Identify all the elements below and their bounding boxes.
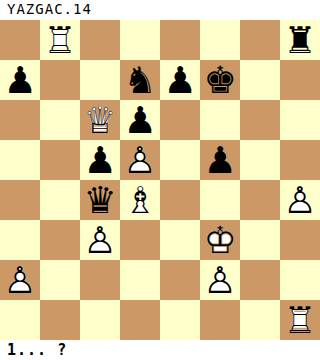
- white-queen-outline-icon: ♕: [80, 100, 120, 140]
- square-g6[interactable]: [240, 100, 280, 140]
- square-h6[interactable]: [280, 100, 320, 140]
- square-f6[interactable]: [200, 100, 240, 140]
- square-d4[interactable]: ♝♗: [120, 180, 160, 220]
- square-a7[interactable]: ♟: [0, 60, 40, 100]
- square-a1[interactable]: [0, 300, 40, 340]
- square-g3[interactable]: [240, 220, 280, 260]
- square-d2[interactable]: [120, 260, 160, 300]
- black-pawn-icon: ♟: [0, 60, 40, 100]
- square-f4[interactable]: [200, 180, 240, 220]
- square-b5[interactable]: [40, 140, 80, 180]
- square-e3[interactable]: [160, 220, 200, 260]
- square-d8[interactable]: [120, 20, 160, 60]
- square-c5[interactable]: ♟: [80, 140, 120, 180]
- square-c7[interactable]: [80, 60, 120, 100]
- square-e7[interactable]: ♟: [160, 60, 200, 100]
- square-d7[interactable]: ♞: [120, 60, 160, 100]
- square-d1[interactable]: [120, 300, 160, 340]
- black-rook-icon: ♜: [280, 20, 320, 60]
- square-a8[interactable]: [0, 20, 40, 60]
- white-pawn-outline-icon: ♙: [280, 180, 320, 220]
- square-g1[interactable]: [240, 300, 280, 340]
- square-b1[interactable]: [40, 300, 80, 340]
- white-rook-outline-icon: ♖: [40, 20, 80, 60]
- square-c6[interactable]: ♛♕: [80, 100, 120, 140]
- square-d5[interactable]: ♟♙: [120, 140, 160, 180]
- black-queen-icon: ♛: [80, 180, 120, 220]
- square-g4[interactable]: [240, 180, 280, 220]
- black-knight-icon: ♞: [120, 60, 160, 100]
- black-pawn-icon: ♟: [200, 140, 240, 180]
- square-f1[interactable]: [200, 300, 240, 340]
- black-pawn-icon: ♟: [80, 140, 120, 180]
- square-e1[interactable]: [160, 300, 200, 340]
- black-pawn-icon: ♟: [160, 60, 200, 100]
- square-b7[interactable]: [40, 60, 80, 100]
- square-g8[interactable]: [240, 20, 280, 60]
- square-h5[interactable]: [280, 140, 320, 180]
- square-e6[interactable]: [160, 100, 200, 140]
- square-e5[interactable]: [160, 140, 200, 180]
- white-pawn-outline-icon: ♙: [0, 260, 40, 300]
- white-pawn-outline-icon: ♙: [200, 260, 240, 300]
- square-f5[interactable]: ♟: [200, 140, 240, 180]
- square-g2[interactable]: [240, 260, 280, 300]
- move-prompt: 1... ?: [0, 340, 320, 360]
- square-d3[interactable]: [120, 220, 160, 260]
- square-d6[interactable]: ♟: [120, 100, 160, 140]
- square-c8[interactable]: [80, 20, 120, 60]
- square-a2[interactable]: ♟♙: [0, 260, 40, 300]
- square-a5[interactable]: [0, 140, 40, 180]
- square-c3[interactable]: ♟♙: [80, 220, 120, 260]
- black-king-icon: ♚: [200, 60, 240, 100]
- square-b2[interactable]: [40, 260, 80, 300]
- black-pawn-icon: ♟: [120, 100, 160, 140]
- square-a3[interactable]: [0, 220, 40, 260]
- square-h7[interactable]: [280, 60, 320, 100]
- square-g5[interactable]: [240, 140, 280, 180]
- square-b8[interactable]: ♜♖: [40, 20, 80, 60]
- square-a6[interactable]: [0, 100, 40, 140]
- square-b3[interactable]: [40, 220, 80, 260]
- white-rook-outline-icon: ♖: [280, 300, 320, 340]
- white-king-outline-icon: ♔: [200, 220, 240, 260]
- chess-board: ♜♖♜♟♞♟♚♛♕♟♟♟♙♟♛♝♗♟♙♟♙♚♔♟♙♟♙♜♖: [0, 20, 320, 340]
- square-f7[interactable]: ♚: [200, 60, 240, 100]
- square-b4[interactable]: [40, 180, 80, 220]
- white-pawn-outline-icon: ♙: [120, 140, 160, 180]
- square-f8[interactable]: [200, 20, 240, 60]
- square-e8[interactable]: [160, 20, 200, 60]
- square-h4[interactable]: ♟♙: [280, 180, 320, 220]
- square-b6[interactable]: [40, 100, 80, 140]
- square-c2[interactable]: [80, 260, 120, 300]
- white-bishop-outline-icon: ♗: [120, 180, 160, 220]
- square-h2[interactable]: [280, 260, 320, 300]
- square-h8[interactable]: ♜: [280, 20, 320, 60]
- square-e2[interactable]: [160, 260, 200, 300]
- square-e4[interactable]: [160, 180, 200, 220]
- puzzle-title: YAZGAC.14: [0, 0, 320, 20]
- square-c1[interactable]: [80, 300, 120, 340]
- square-f3[interactable]: ♚♔: [200, 220, 240, 260]
- white-pawn-outline-icon: ♙: [80, 220, 120, 260]
- square-c4[interactable]: ♛: [80, 180, 120, 220]
- square-g7[interactable]: [240, 60, 280, 100]
- square-f2[interactable]: ♟♙: [200, 260, 240, 300]
- square-h1[interactable]: ♜♖: [280, 300, 320, 340]
- square-a4[interactable]: [0, 180, 40, 220]
- square-h3[interactable]: [280, 220, 320, 260]
